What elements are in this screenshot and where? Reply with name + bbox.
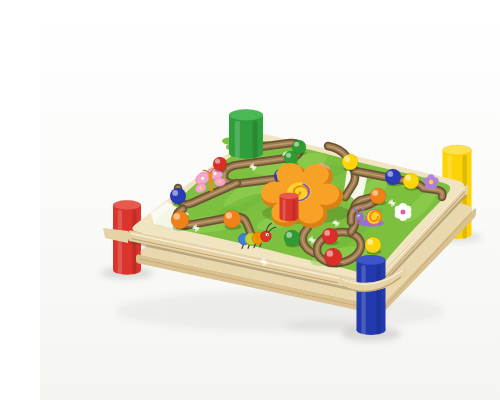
bead-maze-scene (40, 16, 500, 400)
bead-orange (171, 211, 190, 231)
bead-yellow (403, 173, 420, 191)
bead-yellow (342, 154, 359, 172)
peg-blue (357, 255, 386, 335)
bead-red (213, 157, 228, 172)
gear-knob (280, 193, 299, 221)
bead-yellow (365, 237, 382, 255)
bead-maze-product-photo (40, 16, 500, 400)
bead-orange (370, 188, 387, 206)
bead-blue (170, 188, 187, 206)
bead-red (324, 248, 343, 268)
bead-orange (223, 210, 242, 230)
bead-green (284, 230, 301, 248)
peg-green (229, 109, 263, 159)
bead-red (322, 228, 339, 246)
bead-blue (385, 169, 402, 187)
